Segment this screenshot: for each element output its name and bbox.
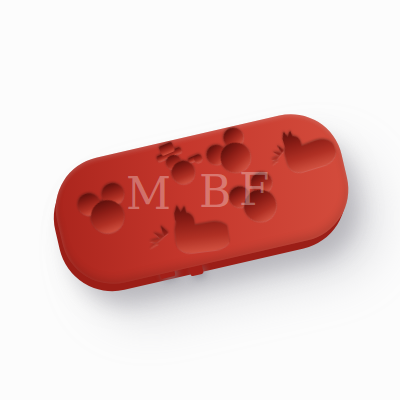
product-photo-stage: M B F [0,0,400,400]
watermark-letter-m: M [126,172,171,216]
watermark-letter-b: B [199,170,231,214]
watermark-letter-f: F [239,168,270,212]
